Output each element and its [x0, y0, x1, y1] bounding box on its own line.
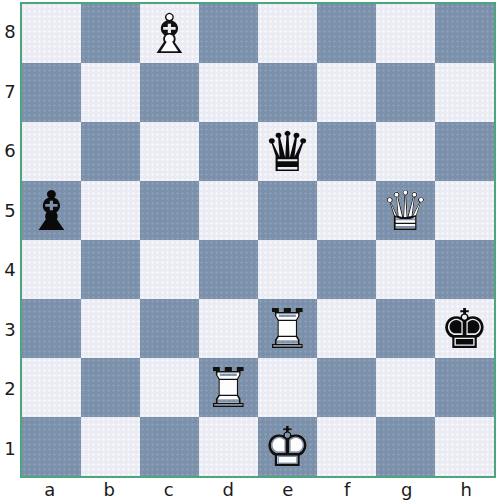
file-label-f: f	[318, 478, 378, 500]
rank-label-5: 5	[0, 181, 20, 241]
square-f8[interactable]	[317, 4, 376, 63]
white-rook-piece[interactable]: ♜♖	[199, 358, 258, 417]
square-a8[interactable]	[22, 4, 81, 63]
square-e5[interactable]	[258, 181, 317, 240]
square-d6[interactable]	[199, 122, 258, 181]
white-king-outline-glyph: ♔	[258, 417, 317, 476]
square-a6[interactable]	[22, 122, 81, 181]
square-f1[interactable]	[317, 417, 376, 476]
square-d4[interactable]	[199, 240, 258, 299]
square-g7[interactable]	[376, 63, 435, 122]
rank-labels: 87654321	[0, 2, 20, 478]
white-king-piece[interactable]: ♚♔	[258, 417, 317, 476]
file-label-b: b	[80, 478, 140, 500]
square-c6[interactable]	[140, 122, 199, 181]
square-e2[interactable]	[258, 358, 317, 417]
square-h6[interactable]	[435, 122, 494, 181]
white-rook-outline-glyph: ♖	[199, 358, 258, 417]
square-h5[interactable]	[435, 181, 494, 240]
square-d2[interactable]: ♜♖	[199, 358, 258, 417]
black-bishop-glyph: ♝	[22, 181, 81, 240]
square-e8[interactable]	[258, 4, 317, 63]
square-h1[interactable]	[435, 417, 494, 476]
square-b8[interactable]	[81, 4, 140, 63]
square-h7[interactable]	[435, 63, 494, 122]
square-b4[interactable]	[81, 240, 140, 299]
white-rook-outline-glyph: ♖	[258, 299, 317, 358]
square-c7[interactable]	[140, 63, 199, 122]
square-c3[interactable]	[140, 299, 199, 358]
square-a5[interactable]: ♝	[22, 181, 81, 240]
square-b6[interactable]	[81, 122, 140, 181]
square-b5[interactable]	[81, 181, 140, 240]
rank-label-4: 4	[0, 240, 20, 300]
rank-label-6: 6	[0, 121, 20, 181]
square-f4[interactable]	[317, 240, 376, 299]
square-h4[interactable]	[435, 240, 494, 299]
square-c5[interactable]	[140, 181, 199, 240]
white-queen-outline-glyph: ♕	[376, 181, 435, 240]
square-e6[interactable]: ♛	[258, 122, 317, 181]
square-f5[interactable]	[317, 181, 376, 240]
square-d1[interactable]	[199, 417, 258, 476]
square-g3[interactable]	[376, 299, 435, 358]
square-a4[interactable]	[22, 240, 81, 299]
rank-label-7: 7	[0, 62, 20, 122]
square-f2[interactable]	[317, 358, 376, 417]
white-bishop-outline-glyph: ♗	[140, 4, 199, 63]
white-rook-piece[interactable]: ♜♖	[258, 299, 317, 358]
square-h8[interactable]	[435, 4, 494, 63]
white-queen-piece[interactable]: ♛♕	[376, 181, 435, 240]
square-g6[interactable]	[376, 122, 435, 181]
square-e7[interactable]	[258, 63, 317, 122]
square-f7[interactable]	[317, 63, 376, 122]
square-e1[interactable]: ♚♔	[258, 417, 317, 476]
square-c8[interactable]: ♝♗	[140, 4, 199, 63]
black-queen-piece[interactable]: ♛	[258, 122, 317, 181]
rank-label-2: 2	[0, 359, 20, 419]
square-d3[interactable]	[199, 299, 258, 358]
square-a3[interactable]	[22, 299, 81, 358]
square-h3[interactable]: ♚	[435, 299, 494, 358]
file-label-a: a	[20, 478, 80, 500]
square-d5[interactable]	[199, 181, 258, 240]
square-a7[interactable]	[22, 63, 81, 122]
square-d7[interactable]	[199, 63, 258, 122]
square-g2[interactable]	[376, 358, 435, 417]
square-g8[interactable]	[376, 4, 435, 63]
square-g5[interactable]: ♛♕	[376, 181, 435, 240]
square-b7[interactable]	[81, 63, 140, 122]
square-b3[interactable]	[81, 299, 140, 358]
black-bishop-piece[interactable]: ♝	[22, 181, 81, 240]
file-label-g: g	[377, 478, 437, 500]
file-label-e: e	[258, 478, 318, 500]
square-a1[interactable]	[22, 417, 81, 476]
square-c1[interactable]	[140, 417, 199, 476]
chess-diagram: 87654321 ♝♗♛♝♛♕♜♖♚♜♖♚♔ abcdefgh	[0, 0, 500, 500]
square-g4[interactable]	[376, 240, 435, 299]
file-labels: abcdefgh	[20, 478, 496, 500]
square-b2[interactable]	[81, 358, 140, 417]
square-f6[interactable]	[317, 122, 376, 181]
square-g1[interactable]	[376, 417, 435, 476]
file-label-d: d	[199, 478, 259, 500]
rank-label-3: 3	[0, 300, 20, 360]
square-c2[interactable]	[140, 358, 199, 417]
square-c4[interactable]	[140, 240, 199, 299]
file-label-h: h	[437, 478, 497, 500]
square-e4[interactable]	[258, 240, 317, 299]
chess-board: ♝♗♛♝♛♕♜♖♚♜♖♚♔	[20, 2, 496, 478]
rank-label-8: 8	[0, 2, 20, 62]
rank-label-1: 1	[0, 419, 20, 479]
square-a2[interactable]	[22, 358, 81, 417]
white-bishop-piece[interactable]: ♝♗	[140, 4, 199, 63]
black-king-piece[interactable]: ♚	[435, 299, 494, 358]
black-king-glyph: ♚	[435, 299, 494, 358]
square-b1[interactable]	[81, 417, 140, 476]
square-e3[interactable]: ♜♖	[258, 299, 317, 358]
square-f3[interactable]	[317, 299, 376, 358]
file-label-c: c	[139, 478, 199, 500]
black-queen-glyph: ♛	[258, 122, 317, 181]
square-h2[interactable]	[435, 358, 494, 417]
square-d8[interactable]	[199, 4, 258, 63]
